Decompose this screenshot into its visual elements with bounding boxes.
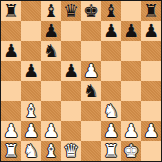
white-queen: ♛: [63, 141, 79, 161]
square-g5[interactable]: [121, 61, 141, 81]
black-pawn: ♟: [63, 61, 79, 81]
square-c2[interactable]: ♟: [41, 121, 61, 141]
square-b5[interactable]: ♟: [21, 61, 41, 81]
square-e1[interactable]: [81, 141, 101, 161]
black-pawn: ♟: [103, 21, 119, 41]
white-king: ♚: [123, 141, 139, 161]
square-e8[interactable]: ♚: [81, 1, 101, 21]
white-rook: ♜: [3, 141, 19, 161]
white-pawn: ♟: [123, 121, 139, 141]
square-f6[interactable]: [101, 41, 121, 61]
square-f2[interactable]: ♟: [101, 121, 121, 141]
square-f7[interactable]: ♟: [101, 21, 121, 41]
black-knight: ♞: [43, 41, 59, 61]
black-rook: ♜: [143, 1, 159, 21]
chess-board-wrapper: ♜♝♛♚♝♜♟♟♟♟♟♞♟♟♟♞♝♞♟♟♟♟♟♟♜♞♝♛♜♚: [0, 0, 162, 162]
square-e7[interactable]: [81, 21, 101, 41]
black-pawn: ♟: [3, 41, 19, 61]
white-pawn: ♟: [143, 121, 159, 141]
square-h1[interactable]: [141, 141, 161, 161]
square-b2[interactable]: ♟: [21, 121, 41, 141]
square-f8[interactable]: ♝: [101, 1, 121, 21]
square-a3[interactable]: [1, 101, 21, 121]
square-h3[interactable]: [141, 101, 161, 121]
square-e5[interactable]: ♟: [81, 61, 101, 81]
white-bishop: ♝: [23, 101, 39, 121]
square-e2[interactable]: [81, 121, 101, 141]
square-d6[interactable]: [61, 41, 81, 61]
square-b3[interactable]: ♝: [21, 101, 41, 121]
square-g7[interactable]: ♟: [121, 21, 141, 41]
square-a2[interactable]: ♟: [1, 121, 21, 141]
square-c5[interactable]: [41, 61, 61, 81]
square-f3[interactable]: ♞: [101, 101, 121, 121]
square-g1[interactable]: ♚: [121, 141, 141, 161]
square-c4[interactable]: [41, 81, 61, 101]
square-c7[interactable]: ♟: [41, 21, 61, 41]
black-bishop: ♝: [103, 1, 119, 21]
square-g2[interactable]: ♟: [121, 121, 141, 141]
square-e6[interactable]: [81, 41, 101, 61]
square-b8[interactable]: [21, 1, 41, 21]
square-d3[interactable]: [61, 101, 81, 121]
black-pawn: ♟: [143, 21, 159, 41]
square-b1[interactable]: ♞: [21, 141, 41, 161]
white-pawn: ♟: [23, 121, 39, 141]
black-pawn: ♟: [123, 21, 139, 41]
square-h5[interactable]: [141, 61, 161, 81]
square-g3[interactable]: [121, 101, 141, 121]
square-g8[interactable]: [121, 1, 141, 21]
white-rook: ♜: [103, 141, 119, 161]
white-pawn: ♟: [103, 121, 119, 141]
square-a6[interactable]: ♟: [1, 41, 21, 61]
square-h8[interactable]: ♜: [141, 1, 161, 21]
black-pawn: ♟: [23, 61, 39, 81]
square-c3[interactable]: [41, 101, 61, 121]
black-bishop: ♝: [43, 1, 59, 21]
black-king: ♚: [83, 1, 99, 21]
square-h6[interactable]: [141, 41, 161, 61]
square-a1[interactable]: ♜: [1, 141, 21, 161]
square-d1[interactable]: ♛: [61, 141, 81, 161]
square-d2[interactable]: [61, 121, 81, 141]
white-pawn: ♟: [83, 61, 99, 81]
white-knight: ♞: [103, 101, 119, 121]
black-knight: ♞: [83, 81, 99, 101]
black-pawn: ♟: [43, 21, 59, 41]
white-knight: ♞: [23, 141, 39, 161]
square-f4[interactable]: [101, 81, 121, 101]
square-g4[interactable]: [121, 81, 141, 101]
square-g6[interactable]: [121, 41, 141, 61]
square-f5[interactable]: [101, 61, 121, 81]
square-d7[interactable]: [61, 21, 81, 41]
square-d4[interactable]: [61, 81, 81, 101]
square-f1[interactable]: ♜: [101, 141, 121, 161]
square-a4[interactable]: [1, 81, 21, 101]
square-d8[interactable]: ♛: [61, 1, 81, 21]
square-h4[interactable]: [141, 81, 161, 101]
square-b4[interactable]: [21, 81, 41, 101]
square-c8[interactable]: ♝: [41, 1, 61, 21]
square-a5[interactable]: [1, 61, 21, 81]
square-h7[interactable]: ♟: [141, 21, 161, 41]
square-e3[interactable]: [81, 101, 101, 121]
black-rook: ♜: [3, 1, 19, 21]
black-queen: ♛: [63, 1, 79, 21]
square-b6[interactable]: [21, 41, 41, 61]
white-bishop: ♝: [43, 141, 59, 161]
white-pawn: ♟: [43, 121, 59, 141]
square-a7[interactable]: [1, 21, 21, 41]
white-pawn: ♟: [3, 121, 19, 141]
square-c1[interactable]: ♝: [41, 141, 61, 161]
square-h2[interactable]: ♟: [141, 121, 161, 141]
square-e4[interactable]: ♞: [81, 81, 101, 101]
square-c6[interactable]: ♞: [41, 41, 61, 61]
square-a8[interactable]: ♜: [1, 1, 21, 21]
chess-board: ♜♝♛♚♝♜♟♟♟♟♟♞♟♟♟♞♝♞♟♟♟♟♟♟♜♞♝♛♜♚: [0, 0, 162, 162]
square-b7[interactable]: [21, 21, 41, 41]
square-d5[interactable]: ♟: [61, 61, 81, 81]
